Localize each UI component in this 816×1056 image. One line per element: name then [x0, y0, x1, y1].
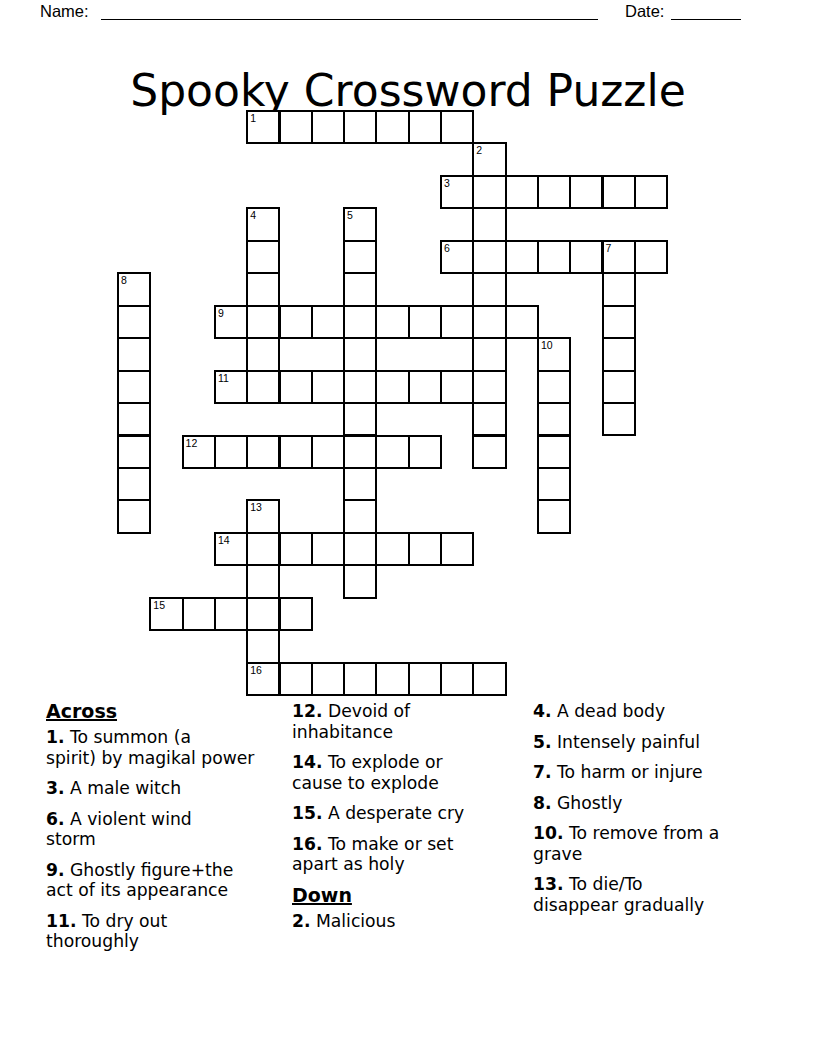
page-title: Spooky Crossword Puzzle: [0, 65, 816, 116]
clue-number-label: 10.: [533, 823, 563, 843]
grid-cell-r8c4[interactable]: [246, 370, 280, 404]
grid-cell-r1c11[interactable]: [472, 142, 506, 176]
grid-cell-r10c13[interactable]: [537, 435, 571, 469]
clue-column-right: 4. A dead body5. Intensely painful7. To …: [533, 701, 775, 925]
grid-cell-r3c4[interactable]: [246, 207, 280, 241]
grid-cell-r0c4[interactable]: [246, 110, 280, 144]
grid-cell-r9c13[interactable]: [537, 402, 571, 436]
grid-cell-r7c4[interactable]: [246, 337, 280, 371]
grid-cell-r14c7[interactable]: [343, 564, 377, 598]
clue-15: 15. A desperate cry: [292, 803, 534, 824]
grid-cell-r4c4[interactable]: [246, 240, 280, 274]
grid-cell-r10c3[interactable]: [214, 435, 248, 469]
grid-cell-r15c3[interactable]: [214, 597, 248, 631]
clue-14: 14. To explode or cause to explode: [292, 752, 534, 793]
grid-cell-r5c7[interactable]: [343, 272, 377, 306]
grid-cell-r5c4[interactable]: [246, 272, 280, 306]
clue-number-label: 15.: [292, 803, 322, 823]
grid-cell-r4c16[interactable]: [634, 240, 668, 274]
grid-cell-r6c9[interactable]: [408, 305, 442, 339]
clue-16: 16. To make or set apart as holy: [292, 834, 534, 875]
grid-cell-r2c13[interactable]: [537, 175, 571, 209]
grid-cell-r8c6[interactable]: [311, 370, 345, 404]
grid-cell-r17c9[interactable]: [408, 662, 442, 696]
grid-cell-r9c0[interactable]: [117, 402, 151, 436]
grid-cell-r15c2[interactable]: [182, 597, 216, 631]
grid-cell-r6c11[interactable]: [472, 305, 506, 339]
grid-cell-r7c7[interactable]: [343, 337, 377, 371]
grid-cell-r8c9[interactable]: [408, 370, 442, 404]
grid-cell-r7c11[interactable]: [472, 337, 506, 371]
grid-cell-r6c7[interactable]: [343, 305, 377, 339]
grid-cell-r8c8[interactable]: [375, 370, 409, 404]
clue-number-label: 2.: [292, 911, 311, 931]
grid-cell-r8c10[interactable]: [440, 370, 474, 404]
grid-cell-r12c7[interactable]: [343, 499, 377, 533]
grid-cell-r13c7[interactable]: [343, 532, 377, 566]
grid-cell-r10c11[interactable]: [472, 435, 506, 469]
grid-cell-r5c15[interactable]: [602, 272, 636, 306]
clue-number-label: 8.: [533, 793, 552, 813]
clue-number-label: 13.: [533, 874, 563, 894]
clue-number-label: 9.: [46, 860, 65, 880]
grid-cell-r7c15[interactable]: [602, 337, 636, 371]
grid-cell-r7c0[interactable]: [117, 337, 151, 371]
grid-cell-r15c4[interactable]: [246, 597, 280, 631]
grid-cell-r13c5[interactable]: [279, 532, 313, 566]
grid-cell-r2c15[interactable]: [602, 175, 636, 209]
clue-4: 4. A dead body: [533, 701, 775, 722]
grid-cell-r10c0[interactable]: [117, 435, 151, 469]
grid-cell-r13c6[interactable]: [311, 532, 345, 566]
grid-cell-r6c8[interactable]: [375, 305, 409, 339]
grid-cell-r0c8[interactable]: [375, 110, 409, 144]
clue-6: 6. A violent wind storm: [46, 809, 288, 850]
grid-cell-r17c5[interactable]: [279, 662, 313, 696]
clue-1: 1. To summon (a spirit) by magikal power: [46, 727, 288, 768]
clue-10: 10. To remove from a grave: [533, 823, 775, 864]
grid-cell-r9c7[interactable]: [343, 402, 377, 436]
clue-5: 5. Intensely painful: [533, 732, 775, 753]
clue-column-middle: 12. Devoid of inhabitance14. To explode …: [292, 701, 534, 941]
grid-cell-r16c4[interactable]: [246, 629, 280, 663]
grid-cell-r13c9[interactable]: [408, 532, 442, 566]
grid-cell-r14c4[interactable]: [246, 564, 280, 598]
grid-cell-r4c10[interactable]: [440, 240, 474, 274]
grid-cell-r6c12[interactable]: [505, 305, 539, 339]
grid-cell-r10c6[interactable]: [311, 435, 345, 469]
clue-number-label: 12.: [292, 701, 322, 721]
date-label: Date:: [625, 2, 664, 21]
grid-cell-r13c3[interactable]: [214, 532, 248, 566]
grid-cell-r13c4[interactable]: [246, 532, 280, 566]
grid-cell-r6c4[interactable]: [246, 305, 280, 339]
grid-cell-r0c10[interactable]: [440, 110, 474, 144]
grid-cell-r7c13[interactable]: [537, 337, 571, 371]
clues-header-down: Down: [292, 885, 534, 906]
grid-cell-r10c5[interactable]: [279, 435, 313, 469]
grid-cell-r2c14[interactable]: [569, 175, 603, 209]
grid-cell-r3c11[interactable]: [472, 207, 506, 241]
grid-cell-r12c4[interactable]: [246, 499, 280, 533]
clue-3: 3. A male witch: [46, 778, 288, 799]
grid-cell-r11c0[interactable]: [117, 467, 151, 501]
clue-8: 8. Ghostly: [533, 793, 775, 814]
grid-cell-r15c5[interactable]: [279, 597, 313, 631]
grid-cell-r0c7[interactable]: [343, 110, 377, 144]
grid-cell-r5c11[interactable]: [472, 272, 506, 306]
grid-cell-r6c10[interactable]: [440, 305, 474, 339]
grid-cell-r8c15[interactable]: [602, 370, 636, 404]
date-input-line[interactable]: [671, 1, 741, 20]
grid-cell-r2c10[interactable]: [440, 175, 474, 209]
grid-cell-r12c0[interactable]: [117, 499, 151, 533]
grid-cell-r6c3[interactable]: [214, 305, 248, 339]
grid-cell-r6c6[interactable]: [311, 305, 345, 339]
grid-cell-r4c7[interactable]: [343, 240, 377, 274]
grid-cell-r8c0[interactable]: [117, 370, 151, 404]
clue-number-label: 16.: [292, 834, 322, 854]
grid-cell-r6c0[interactable]: [117, 305, 151, 339]
grid-cell-r9c15[interactable]: [602, 402, 636, 436]
grid-cell-r8c11[interactable]: [472, 370, 506, 404]
grid-cell-r8c7[interactable]: [343, 370, 377, 404]
grid-cell-r17c11[interactable]: [472, 662, 506, 696]
grid-cell-r4c14[interactable]: [569, 240, 603, 274]
clue-column-left: Across1. To summon (a spirit) by magikal…: [46, 701, 288, 962]
grid-cell-r17c4[interactable]: [246, 662, 280, 696]
grid-cell-r15c1[interactable]: [149, 597, 183, 631]
clue-number-label: 5.: [533, 732, 552, 752]
name-label: Name:: [40, 2, 89, 21]
clue-7: 7. To harm or injure: [533, 762, 775, 783]
clue-number-label: 1.: [46, 727, 65, 747]
clue-number-label: 11.: [46, 911, 76, 931]
grid-cell-r10c8[interactable]: [375, 435, 409, 469]
grid-cell-r8c3[interactable]: [214, 370, 248, 404]
grid-cell-r10c7[interactable]: [343, 435, 377, 469]
grid-cell-r11c7[interactable]: [343, 467, 377, 501]
grid-cell-r4c12[interactable]: [505, 240, 539, 274]
clue-11: 11. To dry out thoroughly: [46, 911, 288, 952]
grid-cell-r0c9[interactable]: [408, 110, 442, 144]
clue-13: 13. To die/To disappear gradually: [533, 874, 775, 915]
name-input-line[interactable]: [101, 1, 598, 20]
grid-cell-r10c2[interactable]: [182, 435, 216, 469]
clue-number-label: 4.: [533, 701, 552, 721]
clues-header-across: Across: [46, 701, 288, 722]
grid-cell-r17c7[interactable]: [343, 662, 377, 696]
grid-cell-r13c8[interactable]: [375, 532, 409, 566]
clue-number-label: 3.: [46, 778, 65, 798]
grid-cell-r2c16[interactable]: [634, 175, 668, 209]
grid-cell-r8c5[interactable]: [279, 370, 313, 404]
clue-2: 2. Malicious: [292, 911, 534, 932]
clue-number-label: 14.: [292, 752, 322, 772]
grid-cell-r3c7[interactable]: [343, 207, 377, 241]
grid-cell-r0c6[interactable]: [311, 110, 345, 144]
grid-cell-r2c12[interactable]: [505, 175, 539, 209]
grid-cell-r4c15[interactable]: [602, 240, 636, 274]
grid-cell-r17c8[interactable]: [375, 662, 409, 696]
grid-cell-r6c15[interactable]: [602, 305, 636, 339]
grid-cell-r6c5[interactable]: [279, 305, 313, 339]
grid-cell-r10c4[interactable]: [246, 435, 280, 469]
grid-cell-r17c6[interactable]: [311, 662, 345, 696]
grid-cell-r13c10[interactable]: [440, 532, 474, 566]
grid-cell-r4c13[interactable]: [537, 240, 571, 274]
clue-12: 12. Devoid of inhabitance: [292, 701, 534, 742]
grid-cell-r12c13[interactable]: [537, 499, 571, 533]
grid-cell-r4c11[interactable]: [472, 240, 506, 274]
grid-cell-r2c11[interactable]: [472, 175, 506, 209]
grid-cell-r10c9[interactable]: [408, 435, 442, 469]
clue-number-label: 6.: [46, 809, 65, 829]
clue-number-label: 7.: [533, 762, 552, 782]
grid-cell-r0c5[interactable]: [279, 110, 313, 144]
grid-cell-r11c13[interactable]: [537, 467, 571, 501]
clue-9: 9. Ghostly figure+the act of its appeara…: [46, 860, 288, 901]
grid-cell-r9c11[interactable]: [472, 402, 506, 436]
grid-cell-r5c0[interactable]: [117, 272, 151, 306]
crossword-grid: 12345678910111213141516: [117, 110, 677, 700]
grid-cell-r17c10[interactable]: [440, 662, 474, 696]
grid-cell-r8c13[interactable]: [537, 370, 571, 404]
